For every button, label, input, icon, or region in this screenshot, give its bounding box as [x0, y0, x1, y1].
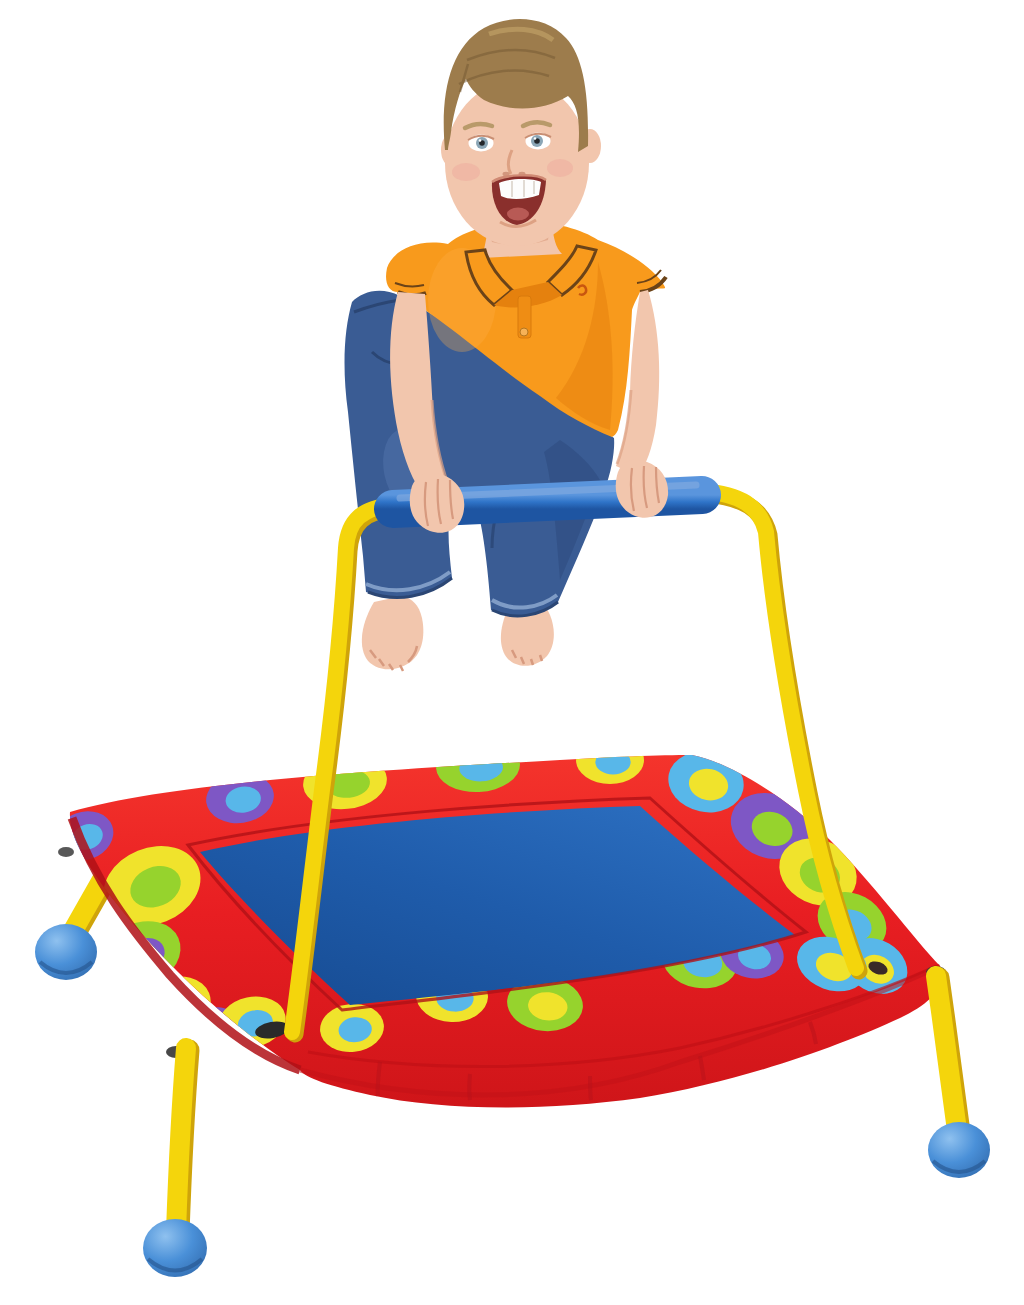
- scene-svg: [0, 0, 1024, 1305]
- pad-blob-ring: [595, 750, 630, 775]
- pad-blob: [576, 736, 644, 784]
- foot-ball-right: [928, 1122, 990, 1178]
- leg-right: [936, 976, 958, 1138]
- eye-highlight: [534, 137, 537, 140]
- ball-foot: [928, 1122, 990, 1178]
- eye-highlight: [479, 139, 482, 142]
- shirt-button: [520, 328, 528, 336]
- foot-ball-rear-left: [35, 924, 97, 980]
- leg-front-left: [176, 1048, 186, 1232]
- child-foot-left: [362, 596, 424, 669]
- photo-stage: [0, 0, 1024, 1305]
- cheek-blush-right: [547, 159, 573, 177]
- ball-foot: [143, 1219, 207, 1277]
- child: [345, 19, 666, 671]
- foot-ball-front-left: [143, 1219, 207, 1277]
- mouth-tongue: [507, 208, 529, 221]
- trampoline: [35, 736, 990, 1277]
- cheek-blush-left: [452, 163, 480, 181]
- pad-corner-strap-left: [58, 847, 74, 857]
- child-head: [441, 19, 601, 246]
